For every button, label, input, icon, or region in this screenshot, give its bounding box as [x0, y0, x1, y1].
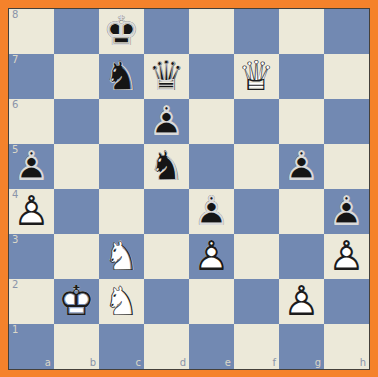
- square-c4[interactable]: [99, 189, 144, 234]
- square-b5[interactable]: [54, 144, 99, 189]
- black-pawn-glyph-fill: ♟: [283, 146, 320, 187]
- piece-black-pawn[interactable]: ♟♙: [279, 144, 324, 189]
- file-label-g: g: [315, 358, 321, 368]
- square-d7[interactable]: ♛♕: [144, 54, 189, 99]
- rank-label-6: 6: [12, 100, 18, 110]
- piece-black-pawn[interactable]: ♟♙: [324, 189, 369, 234]
- black-knight-glyph-outline: ♘: [103, 56, 140, 97]
- square-d1[interactable]: d: [144, 324, 189, 369]
- white-queen-glyph-outline: ♕: [238, 56, 275, 97]
- chess-board: 8♚♔7♞♘♛♕♛♕6♟♙5♟♙♞♘♟♙4♟♙♟♙♟♙3♞♘♟♙♟♙2♚♔♞♘♟…: [8, 8, 370, 370]
- piece-white-pawn[interactable]: ♟♙: [9, 189, 54, 234]
- square-h6[interactable]: [324, 99, 369, 144]
- black-pawn-glyph-outline: ♙: [328, 191, 365, 232]
- white-pawn-glyph-outline: ♙: [283, 281, 320, 322]
- white-knight-glyph-outline: ♘: [103, 281, 140, 322]
- square-d3[interactable]: [144, 234, 189, 279]
- square-h7[interactable]: [324, 54, 369, 99]
- black-pawn-glyph-fill: ♟: [328, 191, 365, 232]
- black-pawn-glyph-outline: ♙: [193, 191, 230, 232]
- square-c8[interactable]: ♚♔: [99, 9, 144, 54]
- square-f1[interactable]: f: [234, 324, 279, 369]
- square-h8[interactable]: [324, 9, 369, 54]
- piece-white-pawn[interactable]: ♟♙: [279, 279, 324, 324]
- square-b3[interactable]: [54, 234, 99, 279]
- square-b1[interactable]: b: [54, 324, 99, 369]
- square-c7[interactable]: ♞♘: [99, 54, 144, 99]
- piece-white-pawn[interactable]: ♟♙: [324, 234, 369, 279]
- square-c1[interactable]: c: [99, 324, 144, 369]
- square-f6[interactable]: [234, 99, 279, 144]
- white-king-glyph-outline: ♔: [58, 281, 95, 322]
- square-d4[interactable]: [144, 189, 189, 234]
- white-pawn-glyph-outline: ♙: [193, 236, 230, 277]
- black-queen-glyph-fill: ♛: [148, 56, 185, 97]
- white-pawn-glyph-fill: ♟: [328, 236, 365, 277]
- square-a4[interactable]: 4♟♙: [9, 189, 54, 234]
- black-pawn-glyph-outline: ♙: [148, 101, 185, 142]
- piece-black-knight[interactable]: ♞♘: [99, 54, 144, 99]
- piece-black-king[interactable]: ♚♔: [99, 9, 144, 54]
- square-g2[interactable]: ♟♙: [279, 279, 324, 324]
- rank-label-8: 8: [12, 10, 18, 20]
- file-label-c: c: [136, 358, 142, 368]
- file-label-f: f: [272, 358, 276, 368]
- square-h4[interactable]: ♟♙: [324, 189, 369, 234]
- piece-black-pawn[interactable]: ♟♙: [9, 144, 54, 189]
- square-a5[interactable]: 5♟♙: [9, 144, 54, 189]
- white-knight-glyph-fill: ♞: [103, 281, 140, 322]
- square-g5[interactable]: ♟♙: [279, 144, 324, 189]
- black-king-glyph-fill: ♚: [103, 11, 140, 52]
- square-e4[interactable]: ♟♙: [189, 189, 234, 234]
- piece-black-pawn[interactable]: ♟♙: [189, 189, 234, 234]
- square-g1[interactable]: g: [279, 324, 324, 369]
- square-b2[interactable]: ♚♔: [54, 279, 99, 324]
- square-c2[interactable]: ♞♘: [99, 279, 144, 324]
- square-f3[interactable]: [234, 234, 279, 279]
- square-f7[interactable]: ♛♕: [234, 54, 279, 99]
- piece-white-knight[interactable]: ♞♘: [99, 234, 144, 279]
- square-f8[interactable]: [234, 9, 279, 54]
- square-c5[interactable]: [99, 144, 144, 189]
- white-pawn-glyph-fill: ♟: [13, 191, 50, 232]
- rank-label-1: 1: [12, 325, 18, 335]
- square-d8[interactable]: [144, 9, 189, 54]
- white-knight-glyph-outline: ♘: [103, 236, 140, 277]
- rank-label-3: 3: [12, 235, 18, 245]
- piece-black-pawn[interactable]: ♟♙: [144, 99, 189, 144]
- square-b6[interactable]: [54, 99, 99, 144]
- square-e3[interactable]: ♟♙: [189, 234, 234, 279]
- square-e6[interactable]: [189, 99, 234, 144]
- piece-white-king[interactable]: ♚♔: [54, 279, 99, 324]
- square-b7[interactable]: [54, 54, 99, 99]
- black-knight-glyph-fill: ♞: [103, 56, 140, 97]
- square-d2[interactable]: [144, 279, 189, 324]
- square-h3[interactable]: ♟♙: [324, 234, 369, 279]
- square-c6[interactable]: [99, 99, 144, 144]
- file-label-b: b: [90, 358, 96, 368]
- square-h1[interactable]: h: [324, 324, 369, 369]
- square-g3[interactable]: [279, 234, 324, 279]
- file-label-d: d: [180, 358, 186, 368]
- square-h5[interactable]: [324, 144, 369, 189]
- black-pawn-glyph-fill: ♟: [148, 101, 185, 142]
- square-c3[interactable]: ♞♘: [99, 234, 144, 279]
- black-pawn-glyph-outline: ♙: [283, 146, 320, 187]
- square-e1[interactable]: e: [189, 324, 234, 369]
- square-f5[interactable]: [234, 144, 279, 189]
- black-queen-glyph-outline: ♕: [148, 56, 185, 97]
- square-e7[interactable]: [189, 54, 234, 99]
- file-label-h: h: [360, 358, 366, 368]
- square-f4[interactable]: [234, 189, 279, 234]
- square-a3[interactable]: 3: [9, 234, 54, 279]
- rank-label-7: 7: [12, 55, 18, 65]
- white-pawn-glyph-outline: ♙: [13, 191, 50, 232]
- white-knight-glyph-fill: ♞: [103, 236, 140, 277]
- square-e2[interactable]: [189, 279, 234, 324]
- square-e5[interactable]: [189, 144, 234, 189]
- black-pawn-glyph-fill: ♟: [13, 146, 50, 187]
- black-king-glyph-outline: ♔: [103, 11, 140, 52]
- square-d6[interactable]: ♟♙: [144, 99, 189, 144]
- square-g7[interactable]: [279, 54, 324, 99]
- square-h2[interactable]: [324, 279, 369, 324]
- square-a2[interactable]: 2: [9, 279, 54, 324]
- file-label-a: a: [45, 358, 51, 368]
- black-pawn-glyph-fill: ♟: [193, 191, 230, 232]
- piece-black-queen[interactable]: ♛♕: [144, 54, 189, 99]
- black-pawn-glyph-outline: ♙: [13, 146, 50, 187]
- rank-label-2: 2: [12, 280, 18, 290]
- square-b4[interactable]: [54, 189, 99, 234]
- white-queen-glyph-fill: ♛: [238, 56, 275, 97]
- white-pawn-glyph-fill: ♟: [193, 236, 230, 277]
- piece-white-pawn[interactable]: ♟♙: [189, 234, 234, 279]
- square-a7[interactable]: 7: [9, 54, 54, 99]
- file-label-e: e: [225, 358, 231, 368]
- white-pawn-glyph-outline: ♙: [328, 236, 365, 277]
- piece-black-knight[interactable]: ♞♘: [144, 144, 189, 189]
- square-a8[interactable]: 8: [9, 9, 54, 54]
- square-d5[interactable]: ♞♘: [144, 144, 189, 189]
- black-knight-glyph-outline: ♘: [148, 146, 185, 187]
- black-knight-glyph-fill: ♞: [148, 146, 185, 187]
- square-a1[interactable]: 1a: [9, 324, 54, 369]
- white-pawn-glyph-fill: ♟: [283, 281, 320, 322]
- piece-white-knight[interactable]: ♞♘: [99, 279, 144, 324]
- square-e8[interactable]: [189, 9, 234, 54]
- square-a6[interactable]: 6: [9, 99, 54, 144]
- piece-white-queen[interactable]: ♛♕: [234, 54, 279, 99]
- square-g4[interactable]: [279, 189, 324, 234]
- square-b8[interactable]: [54, 9, 99, 54]
- square-g8[interactable]: [279, 9, 324, 54]
- square-f2[interactable]: [234, 279, 279, 324]
- square-g6[interactable]: [279, 99, 324, 144]
- white-king-glyph-fill: ♚: [58, 281, 95, 322]
- board-frame: 8♚♔7♞♘♛♕♛♕6♟♙5♟♙♞♘♟♙4♟♙♟♙♟♙3♞♘♟♙♟♙2♚♔♞♘♟…: [0, 0, 378, 377]
